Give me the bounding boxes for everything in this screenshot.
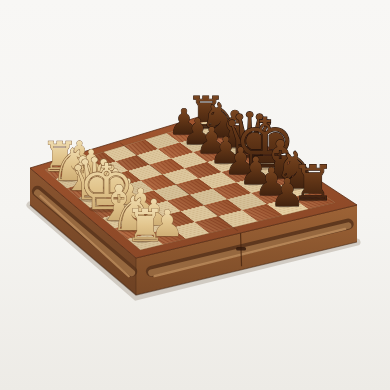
piece-white-rook-h1[interactable]: ♜ xyxy=(125,200,165,251)
pieces-layer: ♜♟♞♟♝♟♛♟♟♚♜♟♟♝♞♟♟♞♝♟♟♛♜♟♟♚♟♝♟♞♟♜ xyxy=(0,0,390,390)
chess-set-photo: ♜♟♞♟♝♟♛♟♟♚♜♟♟♝♞♟♟♞♝♟♟♛♜♟♟♚♟♝♟♞♟♜ xyxy=(0,0,390,390)
piece-glyphs: ♜♟♞♟♝♟♛♟♟♚♜♟♟♝♞♟♟♞♝♟♟♛♜♟♟♚♟♝♟♞♟♜ xyxy=(42,87,335,252)
piece-black-pawn-h7[interactable]: ♟ xyxy=(270,170,305,215)
